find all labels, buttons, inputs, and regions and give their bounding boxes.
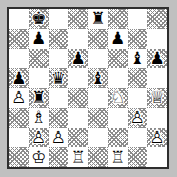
square-b6[interactable] (29, 49, 49, 69)
white-piece-outline: ♔ (31, 149, 46, 166)
square-h4[interactable]: ♛♕ (147, 88, 167, 108)
piece-black-king[interactable]: ♚ (29, 9, 49, 29)
square-a7[interactable] (9, 29, 29, 49)
board-frame: ♚♜♟♟♟♝♟♟♛♝♟♙♜♞♘♛♕♝♗♟♙♟♙♟♙♟♙♚♔♜♖♜♖ (7, 7, 169, 169)
square-h5[interactable] (147, 68, 167, 88)
square-b2[interactable]: ♟♙ (29, 128, 49, 148)
square-a3[interactable] (9, 108, 29, 128)
square-c5[interactable]: ♛ (49, 68, 69, 88)
square-a1[interactable] (9, 147, 29, 167)
square-b8[interactable]: ♚ (29, 9, 49, 29)
square-a2[interactable] (9, 128, 29, 148)
square-b5[interactable] (29, 68, 49, 88)
board-grid: ♚♜♟♟♟♝♟♟♛♝♟♙♜♞♘♛♕♝♗♟♙♟♙♟♙♟♙♚♔♜♖♜♖ (9, 9, 167, 167)
square-g3[interactable]: ♟♙ (128, 108, 148, 128)
square-g5[interactable] (128, 68, 148, 88)
piece-black-queen[interactable]: ♛ (49, 68, 69, 88)
square-e8[interactable]: ♜ (88, 9, 108, 29)
black-piece-glyph: ♟ (110, 30, 125, 47)
square-a4[interactable]: ♟♙ (9, 88, 29, 108)
black-piece-glyph: ♜ (31, 89, 46, 106)
piece-white-pawn[interactable]: ♟♙ (29, 128, 49, 148)
square-g6[interactable]: ♝ (128, 49, 148, 69)
square-h8[interactable] (147, 9, 167, 29)
white-piece-outline: ♙ (150, 129, 165, 146)
square-d7[interactable] (68, 29, 88, 49)
square-d4[interactable] (68, 88, 88, 108)
square-h2[interactable]: ♟♙ (147, 128, 167, 148)
square-c7[interactable] (49, 29, 69, 49)
piece-white-pawn[interactable]: ♟♙ (49, 128, 69, 148)
square-e2[interactable] (88, 128, 108, 148)
piece-black-pawn[interactable]: ♟ (108, 29, 128, 49)
square-c1[interactable] (49, 147, 69, 167)
square-g7[interactable] (128, 29, 148, 49)
piece-black-bishop[interactable]: ♝ (88, 68, 108, 88)
square-c4[interactable] (49, 88, 69, 108)
square-h7[interactable] (147, 29, 167, 49)
square-f7[interactable]: ♟ (108, 29, 128, 49)
black-piece-glyph: ♝ (90, 70, 105, 87)
piece-white-pawn[interactable]: ♟♙ (128, 108, 148, 128)
piece-black-rook[interactable]: ♜ (29, 88, 49, 108)
white-piece-outline: ♙ (51, 129, 66, 146)
white-piece-outline: ♘ (110, 89, 125, 106)
black-piece-glyph: ♛ (51, 70, 66, 87)
white-piece-outline: ♖ (71, 149, 86, 166)
white-piece-outline: ♙ (130, 109, 145, 126)
square-f1[interactable]: ♜♖ (108, 147, 128, 167)
square-f4[interactable]: ♞♘ (108, 88, 128, 108)
square-g4[interactable] (128, 88, 148, 108)
black-piece-glyph: ♟ (71, 50, 86, 67)
square-e6[interactable] (88, 49, 108, 69)
square-a5[interactable]: ♟ (9, 68, 29, 88)
square-e7[interactable] (88, 29, 108, 49)
square-f2[interactable] (108, 128, 128, 148)
square-b1[interactable]: ♚♔ (29, 147, 49, 167)
square-e3[interactable] (88, 108, 108, 128)
piece-white-bishop[interactable]: ♝♗ (29, 108, 49, 128)
black-piece-glyph: ♜ (90, 10, 105, 27)
square-e1[interactable] (88, 147, 108, 167)
white-piece-outline: ♙ (11, 89, 26, 106)
square-d2[interactable] (68, 128, 88, 148)
white-piece-outline: ♗ (31, 109, 46, 126)
white-piece-outline: ♙ (31, 129, 46, 146)
square-b7[interactable]: ♟ (29, 29, 49, 49)
square-c8[interactable] (49, 9, 69, 29)
square-f5[interactable] (108, 68, 128, 88)
square-d3[interactable] (68, 108, 88, 128)
square-c2[interactable]: ♟♙ (49, 128, 69, 148)
piece-white-rook[interactable]: ♜♖ (68, 147, 88, 167)
square-a8[interactable] (9, 9, 29, 29)
square-a6[interactable] (9, 49, 29, 69)
square-e5[interactable]: ♝ (88, 68, 108, 88)
piece-black-pawn[interactable]: ♟ (9, 68, 29, 88)
square-f8[interactable] (108, 9, 128, 29)
piece-black-rook[interactable]: ♜ (88, 9, 108, 29)
piece-black-pawn[interactable]: ♟ (29, 29, 49, 49)
piece-black-pawn[interactable]: ♟ (147, 49, 167, 69)
square-c6[interactable] (49, 49, 69, 69)
black-piece-glyph: ♟ (31, 30, 46, 47)
black-piece-glyph: ♝ (130, 50, 145, 67)
piece-white-pawn[interactable]: ♟♙ (9, 88, 29, 108)
square-g8[interactable] (128, 9, 148, 29)
piece-white-king[interactable]: ♚♔ (29, 147, 49, 167)
square-b3[interactable]: ♝♗ (29, 108, 49, 128)
square-h6[interactable]: ♟ (147, 49, 167, 69)
black-piece-glyph: ♚ (31, 10, 46, 27)
black-piece-glyph: ♟ (11, 70, 26, 87)
square-d5[interactable] (68, 68, 88, 88)
piece-black-bishop[interactable]: ♝ (128, 49, 148, 69)
square-f6[interactable] (108, 49, 128, 69)
square-d1[interactable]: ♜♖ (68, 147, 88, 167)
piece-white-queen[interactable]: ♛♕ (147, 88, 167, 108)
black-piece-glyph: ♟ (150, 50, 165, 67)
piece-white-pawn[interactable]: ♟♙ (147, 128, 167, 148)
piece-white-rook[interactable]: ♜♖ (108, 147, 128, 167)
square-h3[interactable] (147, 108, 167, 128)
square-g1[interactable] (128, 147, 148, 167)
white-piece-outline: ♖ (110, 149, 125, 166)
square-d8[interactable] (68, 9, 88, 29)
square-h1[interactable] (147, 147, 167, 167)
piece-black-pawn[interactable]: ♟ (68, 49, 88, 69)
square-g2[interactable] (128, 128, 148, 148)
square-d6[interactable]: ♟ (68, 49, 88, 69)
square-f3[interactable] (108, 108, 128, 128)
square-e4[interactable] (88, 88, 108, 108)
square-c3[interactable] (49, 108, 69, 128)
square-b4[interactable]: ♜ (29, 88, 49, 108)
white-piece-outline: ♕ (150, 89, 165, 106)
piece-white-knight[interactable]: ♞♘ (108, 88, 128, 108)
